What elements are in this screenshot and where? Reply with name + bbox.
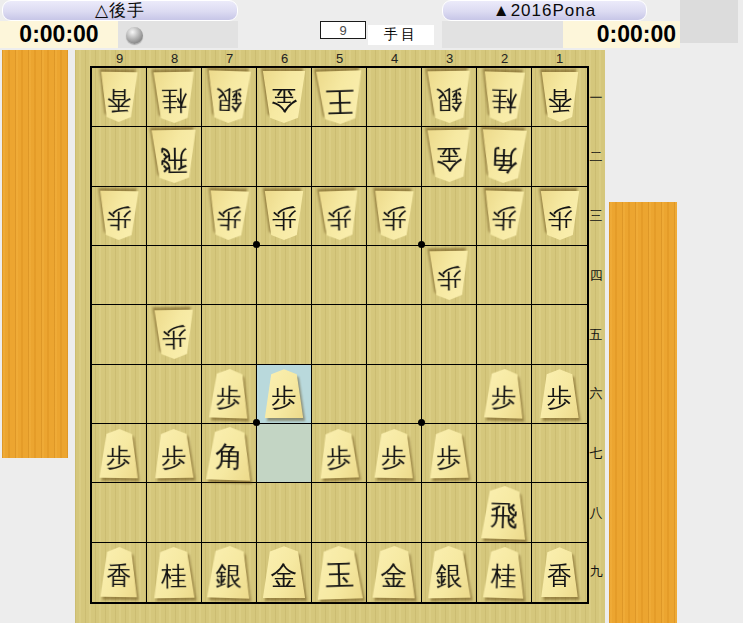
square-18[interactable]: [532, 483, 587, 542]
square-55[interactable]: [312, 305, 367, 364]
shogi-piece-rook-gote[interactable]: 飛: [151, 130, 198, 184]
square-64[interactable]: [257, 246, 312, 305]
square-96[interactable]: [92, 365, 147, 424]
piece-kanji: 歩: [216, 202, 242, 236]
shogi-piece-pawn-gote[interactable]: 歩: [99, 191, 140, 241]
square-52[interactable]: [312, 127, 367, 186]
square-94[interactable]: [92, 246, 147, 305]
file-label-8: 8: [147, 51, 202, 66]
piece-kanji: 香: [106, 559, 132, 592]
piece-kanji: 金: [271, 558, 298, 594]
shogi-piece-king-gote-gote[interactable]: 王: [315, 70, 364, 124]
square-85[interactable]: 歩: [147, 305, 202, 364]
file-label-1: 1: [532, 51, 587, 66]
square-76[interactable]: 歩: [202, 365, 257, 424]
square-67[interactable]: [257, 424, 312, 483]
square-61[interactable]: 金: [257, 68, 312, 127]
square-75[interactable]: [202, 305, 257, 364]
square-97[interactable]: 歩: [92, 424, 147, 483]
square-15[interactable]: [532, 305, 587, 364]
gote-lamp-strip: [118, 21, 238, 48]
piece-kanji: 角: [214, 437, 243, 476]
rank-label-8: 八: [588, 483, 604, 542]
shogi-piece-gold-sente[interactable]: 金: [262, 546, 306, 598]
shogi-piece-knight-sente[interactable]: 桂: [153, 546, 196, 598]
square-56[interactable]: [312, 365, 367, 424]
shogi-piece-knight-gote[interactable]: 桂: [153, 71, 196, 123]
square-47[interactable]: 歩: [367, 424, 422, 483]
piece-kanji: 歩: [381, 440, 407, 473]
square-65[interactable]: [257, 305, 312, 364]
shogi-piece-pawn-gote[interactable]: 歩: [374, 191, 415, 241]
shogi-piece-lance-sente[interactable]: 香: [541, 547, 579, 597]
hoshi-dot: [418, 419, 425, 426]
piece-kanji: 歩: [106, 440, 132, 473]
square-69[interactable]: 金: [257, 543, 312, 602]
file-label-6: 6: [257, 51, 312, 66]
shogi-piece-lance-gote[interactable]: 香: [100, 72, 139, 123]
square-77[interactable]: 角: [202, 424, 257, 483]
sente-name-plate: ▲2016Pona: [442, 0, 647, 21]
rank-labels: 一二三四五六七八九: [588, 68, 604, 602]
top-right-panel: [680, 0, 738, 43]
rank-label-4: 四: [588, 246, 604, 305]
square-24[interactable]: [477, 246, 532, 305]
shogi-piece-gold-gote[interactable]: 金: [427, 130, 472, 183]
square-51[interactable]: 王: [312, 68, 367, 127]
square-59[interactable]: 玉: [312, 543, 367, 602]
square-49[interactable]: 金: [367, 543, 422, 602]
square-39[interactable]: 銀: [422, 543, 477, 602]
square-66[interactable]: 歩: [257, 365, 312, 424]
square-33[interactable]: [422, 187, 477, 246]
square-88[interactable]: [147, 483, 202, 542]
piece-kanji: 金: [380, 558, 408, 594]
piece-kanji: 香: [547, 84, 572, 117]
hoshi-dot: [253, 419, 260, 426]
file-label-5: 5: [312, 51, 367, 66]
piece-kanji: 歩: [436, 262, 462, 295]
piece-kanji: 香: [547, 559, 572, 592]
square-23[interactable]: 歩: [477, 187, 532, 246]
square-38[interactable]: [422, 483, 477, 542]
file-label-7: 7: [202, 51, 257, 66]
square-82[interactable]: 飛: [147, 127, 202, 186]
piece-kanji: 王: [324, 80, 354, 121]
square-41[interactable]: [367, 68, 422, 127]
piece-kanji: 飛: [489, 497, 518, 536]
piece-kanji: 歩: [106, 203, 132, 236]
hoshi-dot: [418, 241, 425, 248]
shogi-piece-bishop-gote[interactable]: 角: [480, 129, 528, 183]
piece-kanji: 歩: [491, 202, 517, 236]
file-label-4: 4: [367, 51, 422, 66]
square-98[interactable]: [92, 483, 147, 542]
shogi-piece-pawn-sente[interactable]: 歩: [264, 369, 304, 418]
shogi-piece-lance-gote[interactable]: 香: [541, 72, 579, 122]
shogi-piece-rook-sente[interactable]: 飛: [480, 485, 528, 539]
rank-label-5: 五: [588, 305, 604, 364]
move-counter-label: 手目: [368, 25, 434, 45]
square-58[interactable]: [312, 483, 367, 542]
square-63[interactable]: 歩: [257, 187, 312, 246]
square-89[interactable]: 桂: [147, 543, 202, 602]
square-93[interactable]: 歩: [92, 187, 147, 246]
square-92[interactable]: [92, 127, 147, 186]
shogi-piece-pawn-gote[interactable]: 歩: [318, 191, 360, 241]
file-label-9: 9: [92, 51, 147, 66]
gote-clock: 0:00:00: [0, 21, 118, 48]
shogi-piece-silver-gote[interactable]: 銀: [427, 71, 472, 124]
rank-label-7: 七: [588, 424, 604, 483]
piece-kanji: 桂: [161, 558, 188, 593]
square-62[interactable]: [257, 127, 312, 186]
shogi-piece-silver-gote[interactable]: 銀: [206, 70, 252, 123]
square-46[interactable]: [367, 365, 422, 424]
file-labels: 987654321: [92, 51, 587, 66]
board-grid: 香桂銀金王銀桂香飛金角歩歩歩歩歩歩歩歩歩歩歩歩歩歩歩角歩歩歩飛香桂銀金玉金銀桂香: [90, 66, 589, 604]
shogi-piece-pawn-gote[interactable]: 歩: [208, 191, 250, 241]
rank-label-6: 六: [588, 365, 604, 424]
square-72[interactable]: [202, 127, 257, 186]
piece-kanji: 桂: [161, 83, 188, 118]
square-81[interactable]: 桂: [147, 68, 202, 127]
piece-kanji: 歩: [272, 203, 297, 236]
piece-kanji: 金: [435, 142, 463, 178]
shogi-piece-pawn-sente[interactable]: 歩: [208, 369, 250, 419]
piece-kanji: 金: [271, 83, 298, 119]
shogi-app: △後手 ▲2016Pona 0:00:00 0:00:00 9 手目 98765…: [0, 0, 743, 623]
shogi-piece-pawn-gote[interactable]: 歩: [264, 191, 304, 240]
rank-label-3: 三: [588, 187, 604, 246]
square-22[interactable]: 角: [477, 127, 532, 186]
square-12[interactable]: [532, 127, 587, 186]
square-57[interactable]: 歩: [312, 424, 367, 483]
gote-komadai: [2, 50, 68, 458]
piece-kanji: 玉: [324, 555, 354, 596]
square-13[interactable]: 歩: [532, 187, 587, 246]
square-42[interactable]: [367, 127, 422, 186]
piece-kanji: 銀: [215, 557, 243, 594]
square-44[interactable]: [367, 246, 422, 305]
square-14[interactable]: [532, 246, 587, 305]
shogi-piece-knight-sente[interactable]: 桂: [482, 546, 526, 598]
gote-name-plate: △後手: [2, 0, 238, 21]
shogi-piece-pawn-sente[interactable]: 歩: [318, 428, 360, 478]
square-54[interactable]: [312, 246, 367, 305]
shogi-piece-silver-sente[interactable]: 銀: [206, 546, 252, 599]
square-45[interactable]: [367, 305, 422, 364]
square-84[interactable]: [147, 246, 202, 305]
shogi-piece-pawn-sente[interactable]: 歩: [540, 369, 580, 418]
piece-kanji: 歩: [216, 380, 242, 414]
piece-kanji: 香: [106, 84, 132, 117]
move-number-input[interactable]: 9: [320, 21, 366, 39]
square-78[interactable]: [202, 483, 257, 542]
square-79[interactable]: 銀: [202, 543, 257, 602]
shogi-piece-pawn-sente[interactable]: 歩: [483, 369, 525, 419]
square-48[interactable]: [367, 483, 422, 542]
shogi-piece-king-sente-sente[interactable]: 玉: [315, 545, 364, 599]
hoshi-dot: [253, 241, 260, 248]
turn-lamp-icon: [126, 27, 143, 44]
square-17[interactable]: [532, 424, 587, 483]
file-label-3: 3: [422, 51, 477, 66]
square-29[interactable]: 桂: [477, 543, 532, 602]
shogi-piece-bishop-sente[interactable]: 角: [205, 426, 253, 480]
shogi-piece-gold-gote[interactable]: 金: [262, 71, 306, 123]
shogi-board: 987654321 一二三四五六七八九 香桂銀金王銀桂香飛金角歩歩歩歩歩歩歩歩歩…: [75, 50, 605, 623]
shogi-piece-knight-gote[interactable]: 桂: [482, 71, 526, 123]
square-86[interactable]: [147, 365, 202, 424]
piece-kanji: 銀: [215, 82, 243, 119]
square-43[interactable]: 歩: [367, 187, 422, 246]
shogi-piece-pawn-sente[interactable]: 歩: [99, 428, 140, 478]
piece-kanji: 角: [489, 141, 518, 180]
square-19[interactable]: 香: [532, 543, 587, 602]
shogi-piece-pawn-gote[interactable]: 歩: [429, 250, 470, 300]
piece-kanji: 飛: [160, 141, 189, 179]
square-36[interactable]: [422, 365, 477, 424]
square-68[interactable]: [257, 483, 312, 542]
shogi-piece-pawn-gote[interactable]: 歩: [154, 310, 195, 360]
shogi-piece-pawn-sente[interactable]: 歩: [154, 428, 195, 478]
shogi-piece-pawn-sente[interactable]: 歩: [374, 428, 415, 478]
rank-label-1: 一: [588, 68, 604, 127]
square-37[interactable]: 歩: [422, 424, 477, 483]
square-27[interactable]: [477, 424, 532, 483]
piece-kanji: 歩: [547, 203, 572, 236]
shogi-piece-pawn-sente[interactable]: 歩: [429, 428, 470, 478]
piece-kanji: 歩: [381, 203, 407, 236]
square-21[interactable]: 桂: [477, 68, 532, 127]
shogi-piece-gold-sente[interactable]: 金: [372, 546, 417, 599]
piece-kanji: 歩: [326, 202, 352, 236]
shogi-piece-lance-sente[interactable]: 香: [100, 547, 139, 598]
square-99[interactable]: 香: [92, 543, 147, 602]
square-26[interactable]: 歩: [477, 365, 532, 424]
square-32[interactable]: 金: [422, 127, 477, 186]
sente-komadai: [609, 202, 677, 623]
square-87[interactable]: 歩: [147, 424, 202, 483]
square-95[interactable]: [92, 305, 147, 364]
square-74[interactable]: [202, 246, 257, 305]
square-71[interactable]: 銀: [202, 68, 257, 127]
square-34[interactable]: 歩: [422, 246, 477, 305]
piece-kanji: 歩: [436, 440, 462, 473]
square-53[interactable]: 歩: [312, 187, 367, 246]
sente-lamp-strip: [442, 21, 563, 48]
sente-name-label: ▲2016Pona: [493, 1, 596, 21]
piece-kanji: 歩: [272, 381, 297, 414]
rank-label-2: 二: [588, 127, 604, 186]
square-35[interactable]: [422, 305, 477, 364]
gote-name-label: △後手: [95, 0, 145, 22]
piece-kanji: 歩: [547, 381, 572, 414]
square-25[interactable]: [477, 305, 532, 364]
shogi-piece-pawn-gote[interactable]: 歩: [540, 191, 580, 240]
square-28[interactable]: 飛: [477, 483, 532, 542]
piece-kanji: 歩: [161, 440, 187, 473]
file-label-2: 2: [477, 51, 532, 66]
rank-label-9: 九: [588, 543, 604, 602]
square-91[interactable]: 香: [92, 68, 147, 127]
piece-kanji: 銀: [435, 82, 463, 118]
square-31[interactable]: 銀: [422, 68, 477, 127]
piece-kanji: 歩: [161, 321, 187, 354]
piece-kanji: 歩: [326, 440, 352, 474]
piece-kanji: 歩: [491, 380, 517, 414]
piece-kanji: 桂: [490, 558, 517, 594]
shogi-piece-silver-sente[interactable]: 銀: [427, 546, 472, 599]
piece-kanji: 銀: [435, 558, 463, 594]
sente-clock: 0:00:00: [563, 21, 680, 48]
square-83[interactable]: [147, 187, 202, 246]
square-73[interactable]: 歩: [202, 187, 257, 246]
shogi-piece-pawn-gote[interactable]: 歩: [483, 191, 525, 241]
square-16[interactable]: 歩: [532, 365, 587, 424]
piece-kanji: 桂: [490, 83, 517, 119]
square-11[interactable]: 香: [532, 68, 587, 127]
